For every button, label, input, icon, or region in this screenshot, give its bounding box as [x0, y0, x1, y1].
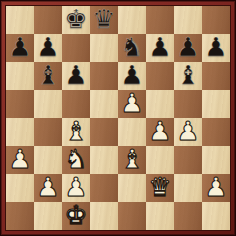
square-d4[interactable] [90, 118, 118, 146]
square-h7[interactable]: ♟ [202, 34, 230, 62]
piece-white-bishop[interactable]: ♝ [120, 146, 143, 172]
square-f7[interactable]: ♟ [146, 34, 174, 62]
square-f3[interactable] [146, 146, 174, 174]
square-g6[interactable]: ♝ [174, 62, 202, 90]
square-g3[interactable] [174, 146, 202, 174]
square-f5[interactable] [146, 90, 174, 118]
square-h4[interactable] [202, 118, 230, 146]
square-c3[interactable]: ♞ [62, 146, 90, 174]
square-c1[interactable]: ♚ [62, 202, 90, 230]
square-a5[interactable] [6, 90, 34, 118]
square-f1[interactable] [146, 202, 174, 230]
square-g1[interactable] [174, 202, 202, 230]
piece-black-pawn[interactable]: ♟ [204, 34, 227, 60]
square-a4[interactable] [6, 118, 34, 146]
square-d7[interactable] [90, 34, 118, 62]
square-c4[interactable]: ♝ [62, 118, 90, 146]
chess-board-frame: ♚♛♟♟♞♟♟♟♝♟♟♝♟♝♟♟♟♞♝♟♟♛♟♚ [0, 0, 236, 236]
piece-black-pawn[interactable]: ♟ [148, 34, 171, 60]
square-e3[interactable]: ♝ [118, 146, 146, 174]
piece-white-pawn[interactable]: ♟ [64, 174, 87, 200]
square-e1[interactable] [118, 202, 146, 230]
piece-white-knight[interactable]: ♞ [64, 146, 87, 172]
square-f4[interactable]: ♟ [146, 118, 174, 146]
square-g8[interactable] [174, 6, 202, 34]
piece-black-bishop[interactable]: ♝ [176, 62, 199, 88]
square-a8[interactable] [6, 6, 34, 34]
square-b1[interactable] [34, 202, 62, 230]
piece-black-king[interactable]: ♚ [64, 6, 87, 32]
square-d3[interactable] [90, 146, 118, 174]
square-c7[interactable] [62, 34, 90, 62]
piece-black-knight[interactable]: ♞ [120, 34, 143, 60]
piece-black-pawn[interactable]: ♟ [176, 34, 199, 60]
piece-black-bishop[interactable]: ♝ [36, 62, 59, 88]
piece-black-pawn[interactable]: ♟ [64, 62, 87, 88]
square-c8[interactable]: ♚ [62, 6, 90, 34]
square-g5[interactable] [174, 90, 202, 118]
square-c6[interactable]: ♟ [62, 62, 90, 90]
square-e6[interactable]: ♟ [118, 62, 146, 90]
square-g2[interactable] [174, 174, 202, 202]
piece-black-queen[interactable]: ♛ [92, 6, 115, 32]
square-d6[interactable] [90, 62, 118, 90]
square-c2[interactable]: ♟ [62, 174, 90, 202]
square-a3[interactable]: ♟ [6, 146, 34, 174]
square-h6[interactable] [202, 62, 230, 90]
piece-white-pawn[interactable]: ♟ [176, 118, 199, 144]
square-h1[interactable] [202, 202, 230, 230]
piece-white-queen[interactable]: ♛ [148, 174, 171, 200]
square-g7[interactable]: ♟ [174, 34, 202, 62]
square-a6[interactable] [6, 62, 34, 90]
piece-black-pawn[interactable]: ♟ [8, 34, 31, 60]
square-a1[interactable] [6, 202, 34, 230]
square-b4[interactable] [34, 118, 62, 146]
piece-white-king[interactable]: ♚ [64, 202, 87, 228]
square-d5[interactable] [90, 90, 118, 118]
piece-white-pawn[interactable]: ♟ [36, 174, 59, 200]
square-f2[interactable]: ♛ [146, 174, 174, 202]
square-a2[interactable] [6, 174, 34, 202]
square-b3[interactable] [34, 146, 62, 174]
square-e2[interactable] [118, 174, 146, 202]
square-b5[interactable] [34, 90, 62, 118]
square-a7[interactable]: ♟ [6, 34, 34, 62]
square-h3[interactable] [202, 146, 230, 174]
square-d2[interactable] [90, 174, 118, 202]
square-f6[interactable] [146, 62, 174, 90]
square-d8[interactable]: ♛ [90, 6, 118, 34]
square-h2[interactable]: ♟ [202, 174, 230, 202]
piece-white-bishop[interactable]: ♝ [64, 118, 87, 144]
chess-board: ♚♛♟♟♞♟♟♟♝♟♟♝♟♝♟♟♟♞♝♟♟♛♟♚ [6, 6, 230, 230]
square-e5[interactable]: ♟ [118, 90, 146, 118]
square-f8[interactable] [146, 6, 174, 34]
piece-white-pawn[interactable]: ♟ [204, 174, 227, 200]
square-b7[interactable]: ♟ [34, 34, 62, 62]
square-d1[interactable] [90, 202, 118, 230]
square-b6[interactable]: ♝ [34, 62, 62, 90]
piece-white-pawn[interactable]: ♟ [148, 118, 171, 144]
square-g4[interactable]: ♟ [174, 118, 202, 146]
piece-black-pawn[interactable]: ♟ [36, 34, 59, 60]
square-b2[interactable]: ♟ [34, 174, 62, 202]
piece-white-pawn[interactable]: ♟ [8, 146, 31, 172]
square-e4[interactable] [118, 118, 146, 146]
square-c5[interactable] [62, 90, 90, 118]
square-e8[interactable] [118, 6, 146, 34]
piece-black-pawn[interactable]: ♟ [120, 62, 143, 88]
square-b8[interactable] [34, 6, 62, 34]
square-h5[interactable] [202, 90, 230, 118]
square-e7[interactable]: ♞ [118, 34, 146, 62]
piece-white-pawn[interactable]: ♟ [120, 90, 143, 116]
square-h8[interactable] [202, 6, 230, 34]
